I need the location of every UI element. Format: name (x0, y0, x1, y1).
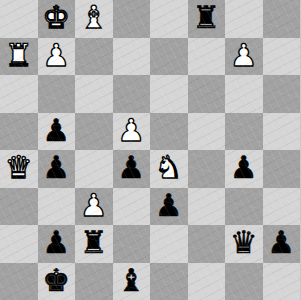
square-a8[interactable] (0, 0, 38, 38)
square-d6[interactable] (113, 75, 151, 113)
square-e2[interactable] (150, 225, 188, 263)
square-h8[interactable] (263, 0, 301, 38)
piece-white-bishop[interactable]: ♝ (80, 2, 108, 33)
square-b5[interactable]: ♟ (38, 113, 76, 151)
square-c4[interactable] (75, 150, 113, 188)
piece-white-queen[interactable]: ♛ (5, 152, 33, 183)
piece-white-pawn[interactable]: ♟ (80, 190, 108, 221)
square-b7[interactable]: ♟ (38, 38, 76, 76)
square-d2[interactable] (113, 225, 151, 263)
square-e7[interactable] (150, 38, 188, 76)
piece-black-pawn[interactable]: ♟ (42, 227, 70, 258)
piece-black-bishop[interactable]: ♝ (117, 265, 145, 296)
square-a2[interactable] (0, 225, 38, 263)
square-c5[interactable] (75, 113, 113, 151)
square-g4[interactable]: ♟ (225, 150, 263, 188)
piece-black-pawn[interactable]: ♟ (42, 115, 70, 146)
piece-white-knight[interactable]: ♞ (155, 152, 183, 183)
piece-black-rook[interactable]: ♜ (192, 2, 220, 33)
square-d4[interactable]: ♟ (113, 150, 151, 188)
piece-black-king[interactable]: ♚ (42, 265, 70, 296)
square-e6[interactable] (150, 75, 188, 113)
square-h3[interactable] (263, 188, 301, 226)
square-b1[interactable]: ♚ (38, 263, 76, 300)
square-a5[interactable] (0, 113, 38, 151)
square-a3[interactable] (0, 188, 38, 226)
square-h4[interactable] (263, 150, 301, 188)
piece-white-king[interactable]: ♚ (42, 2, 70, 33)
square-a4[interactable]: ♛ (0, 150, 38, 188)
square-g1[interactable] (225, 263, 263, 300)
square-b4[interactable]: ♟ (38, 150, 76, 188)
square-a1[interactable] (0, 263, 38, 300)
square-h5[interactable] (263, 113, 301, 151)
square-g5[interactable] (225, 113, 263, 151)
square-c3[interactable]: ♟ (75, 188, 113, 226)
piece-black-pawn[interactable]: ♟ (267, 227, 295, 258)
square-b8[interactable]: ♚ (38, 0, 76, 38)
square-d8[interactable] (113, 0, 151, 38)
square-f8[interactable]: ♜ (188, 0, 226, 38)
square-g8[interactable] (225, 0, 263, 38)
square-d1[interactable]: ♝ (113, 263, 151, 300)
square-c1[interactable] (75, 263, 113, 300)
piece-black-pawn[interactable]: ♟ (155, 190, 183, 221)
square-d3[interactable] (113, 188, 151, 226)
square-f1[interactable] (188, 263, 226, 300)
square-h2[interactable]: ♟ (263, 225, 301, 263)
piece-white-pawn[interactable]: ♟ (230, 40, 258, 71)
square-c7[interactable] (75, 38, 113, 76)
square-b2[interactable]: ♟ (38, 225, 76, 263)
square-c6[interactable] (75, 75, 113, 113)
square-g3[interactable] (225, 188, 263, 226)
square-f5[interactable] (188, 113, 226, 151)
square-h7[interactable] (263, 38, 301, 76)
square-f4[interactable] (188, 150, 226, 188)
piece-white-pawn[interactable]: ♟ (117, 115, 145, 146)
square-d7[interactable] (113, 38, 151, 76)
square-h1[interactable] (263, 263, 301, 300)
square-e3[interactable]: ♟ (150, 188, 188, 226)
piece-black-rook[interactable]: ♜ (80, 227, 108, 258)
square-g6[interactable] (225, 75, 263, 113)
square-g2[interactable]: ♛ (225, 225, 263, 263)
piece-white-pawn[interactable]: ♟ (42, 40, 70, 71)
piece-black-pawn[interactable]: ♟ (117, 152, 145, 183)
square-h6[interactable] (263, 75, 301, 113)
square-b6[interactable] (38, 75, 76, 113)
chess-board: ♚♝♜♜♟♟♟♟♛♟♟♞♟♟♟♟♜♛♟♚♝ (0, 0, 300, 300)
square-e4[interactable]: ♞ (150, 150, 188, 188)
piece-black-pawn[interactable]: ♟ (230, 152, 258, 183)
square-e8[interactable] (150, 0, 188, 38)
square-e5[interactable] (150, 113, 188, 151)
square-f6[interactable] (188, 75, 226, 113)
square-b3[interactable] (38, 188, 76, 226)
square-f7[interactable] (188, 38, 226, 76)
square-e1[interactable] (150, 263, 188, 300)
chess-board-wrap: ♚♝♜♜♟♟♟♟♛♟♟♞♟♟♟♟♜♛♟♚♝ (0, 0, 300, 300)
square-f3[interactable] (188, 188, 226, 226)
square-d5[interactable]: ♟ (113, 113, 151, 151)
piece-black-pawn[interactable]: ♟ (42, 152, 70, 183)
square-c8[interactable]: ♝ (75, 0, 113, 38)
piece-white-rook[interactable]: ♜ (5, 40, 33, 71)
square-a7[interactable]: ♜ (0, 38, 38, 76)
square-c2[interactable]: ♜ (75, 225, 113, 263)
square-f2[interactable] (188, 225, 226, 263)
piece-black-queen[interactable]: ♛ (230, 227, 258, 258)
square-a6[interactable] (0, 75, 38, 113)
square-g7[interactable]: ♟ (225, 38, 263, 76)
